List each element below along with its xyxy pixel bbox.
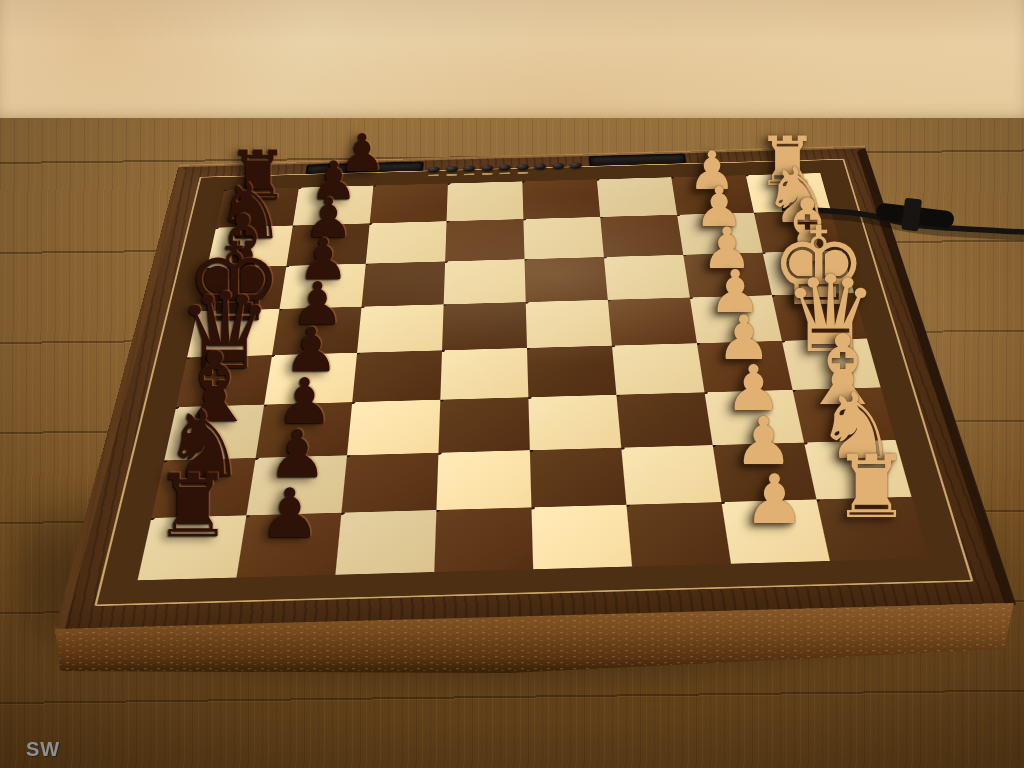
watermark: SW (26, 738, 60, 761)
black-pawn-a7[interactable]: ♟ (260, 479, 321, 547)
photo-stage: ♜♞♝♛♚♝♞♜♟♟♟♟♟♟♟♟♟♟♟♟♟♟♟♟♜♞♝♛♚♝♞♜♟ SW (0, 0, 1024, 768)
white-pawn-a2[interactable]: ♟ (744, 466, 805, 534)
black-rook-a8[interactable]: ♜ (154, 464, 232, 551)
frame-front-wear (55, 603, 1014, 673)
white-rook-a1[interactable]: ♜ (833, 445, 911, 532)
